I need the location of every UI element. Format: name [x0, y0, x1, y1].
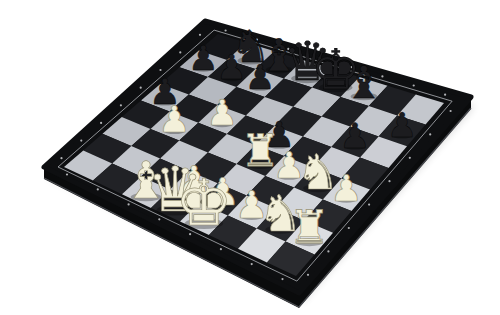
frame-dot — [281, 278, 283, 280]
frame-dot — [100, 122, 102, 124]
frame-dot — [220, 248, 222, 250]
frame-dot — [368, 204, 370, 206]
frame-dot — [120, 104, 122, 106]
frame-dot — [307, 274, 309, 276]
piece-black-pawn-a7: ♟ — [188, 38, 219, 78]
piece-black-pawn-c7: ♟ — [245, 57, 276, 97]
frame-dot — [97, 188, 99, 190]
frame-dot — [225, 29, 227, 31]
frame-dot — [140, 87, 142, 89]
frame-dot — [199, 34, 201, 36]
frame-dot — [450, 110, 452, 112]
piece-white-pawn-c5: ♟ — [206, 92, 238, 133]
frame-dot — [348, 227, 350, 229]
piece-black-pawn-b7: ♟ — [216, 47, 247, 87]
frame-dot — [444, 94, 446, 96]
piece-white-pawn-b4: ♟ — [158, 98, 191, 141]
piece-black-pawn-g6: ♟ — [339, 116, 370, 156]
piece-white-king-e1: ♚ — [175, 165, 233, 240]
piece-white-pawn-h4: ♟ — [330, 167, 363, 210]
frame-dot — [429, 133, 431, 135]
frame-dot — [409, 157, 411, 159]
chessboard: ♞♝♛♚♝♟♟♟♟♟♟♟♟♟♜♟♞♟♟♟♟♞♜♝♛♚ — [0, 0, 500, 315]
frame-dot — [66, 173, 68, 175]
frame-dot — [80, 140, 82, 142]
frame-dot — [60, 157, 62, 159]
chess-set-photo: ♞♝♛♚♝♟♟♟♟♟♟♟♟♟♜♟♞♟♟♟♟♞♜♝♛♚ — [0, 0, 500, 315]
piece-black-pawn-h7: ♟ — [387, 105, 418, 145]
piece-white-rook-h2: ♜ — [289, 200, 330, 254]
frame-dot — [179, 51, 181, 53]
frame-dot — [388, 180, 390, 182]
frame-dot — [251, 263, 253, 265]
frame-dot — [413, 84, 415, 86]
piece-black-bishop-f8: ♝ — [344, 57, 384, 109]
